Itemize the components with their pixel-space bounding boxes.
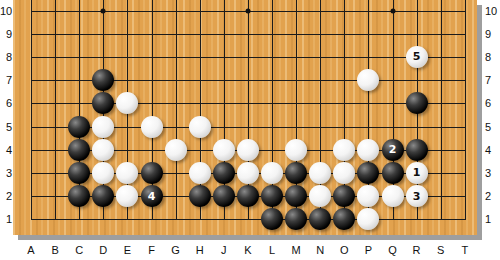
row-label-right-6: 6	[485, 96, 491, 110]
row-label-right-3: 3	[485, 166, 491, 180]
stone-white-N3[interactable]	[309, 162, 331, 184]
col-label-Q: Q	[385, 243, 401, 257]
stone-black-J2[interactable]	[213, 185, 235, 207]
stone-black-O1[interactable]	[333, 208, 355, 230]
row-label-right-10: 10	[485, 4, 497, 18]
stone-black-M1[interactable]	[285, 208, 307, 230]
stone-black-O2[interactable]	[333, 185, 355, 207]
stone-white-H3[interactable]	[189, 162, 211, 184]
stone-black-P3[interactable]	[357, 162, 379, 184]
stone-white-L3[interactable]	[261, 162, 283, 184]
stone-black-C5[interactable]	[68, 116, 90, 138]
stone-black-R6[interactable]	[406, 92, 428, 114]
stone-black-Q4[interactable]: 2	[382, 139, 404, 161]
stone-white-P1[interactable]	[357, 208, 379, 230]
stone-white-D5[interactable]	[92, 116, 114, 138]
row-label-right-4: 4	[485, 143, 491, 157]
stone-black-Q3[interactable]	[382, 162, 404, 184]
stone-black-L2[interactable]	[261, 185, 283, 207]
row-label-right-2: 2	[485, 189, 491, 203]
stone-black-D7[interactable]	[92, 69, 114, 91]
stone-white-N2[interactable]	[309, 185, 331, 207]
row-label-right-8: 8	[485, 50, 491, 64]
grid-line-row-1	[31, 219, 466, 220]
stone-black-N1[interactable]	[309, 208, 331, 230]
row-label-left-4: 4	[0, 143, 12, 157]
stone-black-J3[interactable]	[213, 162, 235, 184]
row-label-right-5: 5	[485, 120, 491, 134]
col-label-A: A	[23, 243, 39, 257]
stone-black-L1[interactable]	[261, 208, 283, 230]
row-label-left-2: 2	[0, 189, 12, 203]
stone-white-O4[interactable]	[333, 139, 355, 161]
col-label-H: H	[192, 243, 208, 257]
col-label-S: S	[433, 243, 449, 257]
row-label-left-10: 10	[0, 4, 12, 18]
stone-white-R8[interactable]: 5	[406, 46, 428, 68]
stone-white-P2[interactable]	[357, 185, 379, 207]
stone-white-E3[interactable]	[116, 162, 138, 184]
row-label-left-9: 9	[0, 27, 12, 41]
stone-white-K4[interactable]	[237, 139, 259, 161]
stone-white-R2[interactable]: 3	[406, 185, 428, 207]
stone-white-M4[interactable]	[285, 139, 307, 161]
row-label-right-9: 9	[485, 27, 491, 41]
col-label-K: K	[240, 243, 256, 257]
star-point-Q10	[390, 8, 395, 13]
stone-black-F2[interactable]: 4	[141, 185, 163, 207]
col-label-T: T	[457, 243, 473, 257]
col-label-F: F	[144, 243, 160, 257]
row-label-left-7: 7	[0, 73, 12, 87]
stone-black-C4[interactable]	[68, 139, 90, 161]
star-point-D10	[101, 8, 106, 13]
stone-white-J4[interactable]	[213, 139, 235, 161]
stone-black-H2[interactable]	[189, 185, 211, 207]
stone-white-P7[interactable]	[357, 69, 379, 91]
col-label-P: P	[360, 243, 376, 257]
stone-white-D4[interactable]	[92, 139, 114, 161]
stone-white-F5[interactable]	[141, 116, 163, 138]
stone-white-K3[interactable]	[237, 162, 259, 184]
col-label-N: N	[312, 243, 328, 257]
go-board-screenshot: 42135 1010998877665544332211ABCDEFGHJKLM…	[0, 0, 500, 260]
row-label-right-7: 7	[485, 73, 491, 87]
stone-black-D2[interactable]	[92, 185, 114, 207]
row-label-left-8: 8	[0, 50, 12, 64]
row-label-left-1: 1	[0, 212, 12, 226]
col-label-R: R	[409, 243, 425, 257]
stone-white-D3[interactable]	[92, 162, 114, 184]
row-label-left-5: 5	[0, 120, 12, 134]
stone-white-E2[interactable]	[116, 185, 138, 207]
grid-line-row-8	[31, 57, 466, 58]
row-label-left-6: 6	[0, 96, 12, 110]
col-label-O: O	[336, 243, 352, 257]
col-label-L: L	[264, 243, 280, 257]
stone-black-M3[interactable]	[285, 162, 307, 184]
col-label-B: B	[47, 243, 63, 257]
stone-white-O3[interactable]	[333, 162, 355, 184]
go-board[interactable]: 42135	[13, 0, 477, 235]
row-label-right-1: 1	[485, 212, 491, 226]
star-point-K10	[245, 8, 250, 13]
stone-black-D6[interactable]	[92, 92, 114, 114]
grid-line-row-9	[31, 34, 466, 35]
stone-white-R3[interactable]: 1	[406, 162, 428, 184]
stone-black-C3[interactable]	[68, 162, 90, 184]
col-label-G: G	[168, 243, 184, 257]
stone-white-E6[interactable]	[116, 92, 138, 114]
stone-white-H5[interactable]	[189, 116, 211, 138]
stone-black-M2[interactable]	[285, 185, 307, 207]
col-label-C: C	[71, 243, 87, 257]
col-label-J: J	[216, 243, 232, 257]
stone-black-F3[interactable]	[141, 162, 163, 184]
row-label-left-3: 3	[0, 166, 12, 180]
col-label-M: M	[288, 243, 304, 257]
stone-white-P4[interactable]	[357, 139, 379, 161]
col-label-D: D	[95, 243, 111, 257]
stone-white-G4[interactable]	[165, 139, 187, 161]
col-label-E: E	[119, 243, 135, 257]
stone-black-K2[interactable]	[237, 185, 259, 207]
stone-white-Q2[interactable]	[382, 185, 404, 207]
stone-black-R4[interactable]	[406, 139, 428, 161]
stone-black-C2[interactable]	[68, 185, 90, 207]
